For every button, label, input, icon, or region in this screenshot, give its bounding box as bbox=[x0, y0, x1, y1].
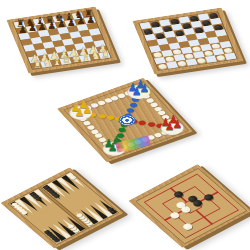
product-photo: ♜♞♝♛♚♝♞♜♟♟♟♟♟♟♟♟♟♟♟♟♟♟♟♟♜♞♝♛♚♝♞♜ ♟♟♟♟♟♟♟… bbox=[0, 0, 250, 250]
chess-board: ♜♞♝♛♚♝♞♜♟♟♟♟♟♟♟♟♟♟♟♟♟♟♟♟♜♞♝♛♚♝♞♜ bbox=[6, 7, 118, 74]
ludo-pawn-yellow: ♟ bbox=[82, 105, 91, 115]
ludo-red-path-spot bbox=[138, 120, 148, 126]
ludo-blue-path-spot bbox=[128, 102, 138, 108]
ludo-pawn-blue: ♟ bbox=[140, 84, 149, 94]
chess-piece: ♜ bbox=[96, 50, 114, 59]
backgammon-field bbox=[7, 171, 119, 245]
checkers-grid bbox=[138, 11, 237, 71]
nine-mens-morris-field bbox=[135, 168, 247, 244]
ludo-red-path-spot bbox=[146, 121, 156, 127]
ludo-pawn-red: ♟ bbox=[173, 120, 182, 130]
ludo-green-path-spot bbox=[117, 127, 127, 133]
ludo-yellow-path-spot bbox=[97, 113, 107, 119]
checkers-square bbox=[224, 53, 236, 60]
checkers-board bbox=[132, 8, 244, 75]
ludo-center-rosette bbox=[115, 113, 138, 127]
nine-mens-morris-board bbox=[128, 164, 250, 248]
ludo-yellow-path-spot bbox=[106, 115, 116, 121]
backgammon-board bbox=[0, 167, 124, 249]
chess-square: ♜ bbox=[98, 52, 110, 59]
chess-grid: ♜♞♝♛♚♝♞♜♟♟♟♟♟♟♟♟♟♟♟♟♟♟♟♟♜♞♝♛♚♝♞♜ bbox=[12, 10, 111, 70]
